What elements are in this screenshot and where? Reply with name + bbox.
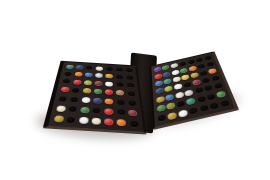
bottle-cap-navy bbox=[76, 65, 84, 69]
bottle-cap-teal bbox=[186, 98, 196, 106]
cap-recess bbox=[126, 68, 133, 72]
bottle-cap-red bbox=[105, 90, 113, 96]
cap-recess bbox=[128, 100, 136, 105]
bottle-cap-tan bbox=[116, 90, 124, 96]
cap-recess bbox=[211, 75, 219, 81]
bottle-cap-green bbox=[216, 91, 226, 99]
cap-recess bbox=[177, 100, 185, 107]
bottle-cap-maroon bbox=[94, 81, 102, 86]
cap-recess bbox=[130, 121, 138, 127]
cap-recess bbox=[116, 75, 123, 79]
bottle-cap-navy bbox=[93, 98, 102, 104]
cap-recess bbox=[189, 107, 198, 114]
cap-recess bbox=[204, 85, 213, 91]
cap-recess bbox=[72, 88, 80, 93]
right-tray bbox=[140, 30, 236, 141]
cap-recess bbox=[126, 75, 133, 79]
bottle-cap-olive bbox=[167, 102, 176, 110]
left-tray-surface bbox=[43, 61, 147, 135]
cap-recess bbox=[220, 100, 230, 107]
cap-recess bbox=[158, 115, 166, 122]
cap-recess bbox=[214, 83, 223, 89]
bottle-cap-teal bbox=[66, 64, 74, 68]
left-slot-r7c5 bbox=[102, 116, 115, 128]
bottle-cap-cream bbox=[96, 66, 103, 71]
product-photo bbox=[0, 0, 270, 180]
cap-recess bbox=[195, 88, 203, 94]
cap-recess bbox=[117, 109, 125, 115]
cap-recess bbox=[210, 103, 219, 110]
cap-recess bbox=[200, 70, 208, 76]
bottle-cap-green bbox=[80, 107, 89, 114]
cap-recess bbox=[128, 91, 135, 96]
left-slot-r7c7 bbox=[127, 118, 141, 130]
bottle-cap-red bbox=[105, 108, 114, 115]
cap-recess bbox=[67, 117, 76, 123]
cap-recess bbox=[197, 96, 206, 103]
bottle-cap-white bbox=[81, 97, 90, 103]
bottle-cap-cream bbox=[56, 105, 66, 112]
cap-recess bbox=[69, 106, 77, 112]
panel-grid-right bbox=[151, 53, 235, 127]
bottle-cap-orange bbox=[117, 119, 126, 126]
cap-recess bbox=[116, 82, 123, 87]
panel-grid-left bbox=[48, 62, 144, 132]
left-tray bbox=[50, 37, 144, 146]
bottle-cap-silver bbox=[95, 73, 103, 78]
bottle-cap-red bbox=[73, 80, 81, 85]
cap-recess bbox=[127, 83, 134, 88]
bottle-cap-red bbox=[60, 87, 69, 93]
bottle-cap-cream bbox=[92, 118, 101, 125]
cap-recess bbox=[117, 100, 124, 105]
cap-recess bbox=[207, 94, 216, 101]
bottle-cap-lime bbox=[84, 80, 92, 85]
left-slot-r7c3 bbox=[77, 115, 91, 127]
bottle-cap-amber bbox=[105, 74, 112, 79]
bottle-cap-gold bbox=[168, 112, 178, 120]
cap-recess bbox=[93, 108, 101, 114]
left-slot-r6c6 bbox=[115, 107, 128, 118]
cap-recess bbox=[202, 78, 210, 84]
right-slot-r7c7 bbox=[218, 98, 232, 110]
cap-recess bbox=[116, 68, 122, 72]
cap-recess bbox=[86, 66, 93, 70]
bottle-cap-white bbox=[105, 81, 113, 86]
left-slot-r7c4 bbox=[90, 115, 103, 127]
cap-recess bbox=[184, 82, 192, 88]
cap-recess bbox=[63, 79, 71, 84]
left-slot-r6c3 bbox=[78, 105, 91, 116]
cap-recess bbox=[199, 105, 208, 112]
left-slot-r7c6 bbox=[115, 117, 128, 129]
left-slot-r6c5 bbox=[103, 106, 115, 117]
right-tray-surface bbox=[149, 51, 239, 130]
bottle-cap-white bbox=[178, 109, 188, 117]
cap-recess bbox=[106, 67, 112, 71]
bottle-cap-maroon bbox=[129, 110, 138, 117]
left-slot-r6c4 bbox=[90, 105, 103, 116]
cap-recess bbox=[59, 96, 67, 101]
bottle-cap-green bbox=[157, 105, 166, 113]
cap-recess bbox=[64, 72, 71, 76]
cap-recess bbox=[70, 97, 78, 102]
bottle-cap-white bbox=[79, 117, 89, 124]
